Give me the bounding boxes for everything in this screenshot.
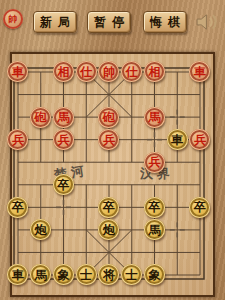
sound-toggle-icon[interactable] bbox=[193, 8, 221, 36]
piece-black-soldier[interactable]: 卒 bbox=[144, 197, 165, 218]
piece-red-soldier[interactable]: 兵 bbox=[144, 152, 165, 173]
piece-red-elephant[interactable]: 相 bbox=[53, 61, 74, 82]
piece-black-elephant[interactable]: 象 bbox=[144, 264, 165, 285]
xiangqi-app: 帥 新局 暂停 悔棋 楚河 汉界 車相仕帥仕相車砲馬砲馬兵兵兵車兵兵卒卒卒卒卒炮… bbox=[0, 0, 225, 300]
piece-red-soldier[interactable]: 兵 bbox=[189, 129, 210, 150]
piece-black-elephant[interactable]: 象 bbox=[53, 264, 74, 285]
piece-black-horse[interactable]: 馬 bbox=[30, 264, 51, 285]
piece-black-soldier[interactable]: 卒 bbox=[53, 174, 74, 195]
piece-red-chariot[interactable]: 車 bbox=[189, 61, 210, 82]
piece-black-horse[interactable]: 馬 bbox=[144, 219, 165, 240]
logo-char: 帥 bbox=[9, 13, 18, 26]
piece-black-advisor[interactable]: 士 bbox=[121, 264, 142, 285]
piece-red-advisor[interactable]: 仕 bbox=[121, 61, 142, 82]
undo-move-button[interactable]: 悔棋 bbox=[143, 11, 187, 33]
piece-red-soldier[interactable]: 兵 bbox=[98, 129, 119, 150]
piece-black-cannon[interactable]: 炮 bbox=[30, 219, 51, 240]
piece-red-horse[interactable]: 馬 bbox=[53, 107, 74, 128]
piece-red-soldier[interactable]: 兵 bbox=[53, 129, 74, 150]
piece-black-chariot[interactable]: 車 bbox=[7, 264, 28, 285]
piece-black-chariot[interactable]: 車 bbox=[167, 129, 188, 150]
piece-red-elephant[interactable]: 相 bbox=[144, 61, 165, 82]
piece-black-general[interactable]: 将 bbox=[98, 264, 119, 285]
new-game-button[interactable]: 新局 bbox=[33, 11, 77, 33]
piece-red-cannon[interactable]: 砲 bbox=[30, 107, 51, 128]
piece-red-horse[interactable]: 馬 bbox=[144, 107, 165, 128]
piece-black-advisor[interactable]: 士 bbox=[76, 264, 97, 285]
piece-red-soldier[interactable]: 兵 bbox=[7, 129, 28, 150]
piece-black-soldier[interactable]: 卒 bbox=[189, 197, 210, 218]
piece-red-chariot[interactable]: 車 bbox=[7, 61, 28, 82]
pieces-layer: 車相仕帥仕相車砲馬砲馬兵兵兵車兵兵卒卒卒卒卒炮炮馬車馬象士将士象 bbox=[7, 61, 212, 286]
red-general-logo-icon: 帥 bbox=[3, 9, 23, 29]
piece-black-soldier[interactable]: 卒 bbox=[7, 197, 28, 218]
toolbar: 帥 新局 暂停 悔棋 bbox=[0, 0, 225, 52]
xiangqi-board[interactable]: 楚河 汉界 車相仕帥仕相車砲馬砲馬兵兵兵車兵兵卒卒卒卒卒炮炮馬車馬象士将士象 bbox=[10, 52, 215, 297]
piece-black-soldier[interactable]: 卒 bbox=[98, 197, 119, 218]
pause-button[interactable]: 暂停 bbox=[87, 11, 131, 33]
piece-red-cannon[interactable]: 砲 bbox=[98, 107, 119, 128]
piece-red-general[interactable]: 帥 bbox=[98, 61, 119, 82]
piece-black-cannon[interactable]: 炮 bbox=[98, 219, 119, 240]
piece-red-advisor[interactable]: 仕 bbox=[76, 61, 97, 82]
